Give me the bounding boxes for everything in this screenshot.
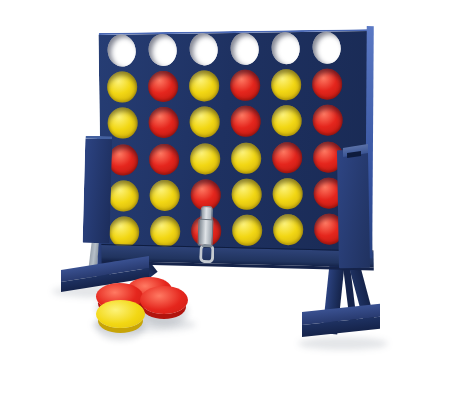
left-support-wing (83, 136, 113, 244)
empty-hole (105, 33, 138, 69)
red-disc (147, 71, 177, 102)
yellow-disc (188, 70, 218, 101)
board-cell-r4c3[interactable] (184, 140, 226, 177)
board-cell-r2c3[interactable] (183, 67, 225, 104)
empty-hole (269, 30, 302, 66)
board-cell-r2c6[interactable] (306, 66, 348, 103)
empty-hole (310, 30, 343, 66)
board-cell-r6c4[interactable] (226, 212, 268, 249)
yellow-disc (107, 108, 137, 139)
right-support-wing (337, 150, 370, 269)
empty-hole (228, 31, 261, 67)
board-cell-r3c6[interactable] (306, 102, 348, 139)
empty-hole (187, 32, 220, 68)
red-disc (230, 106, 260, 137)
yellow-disc (189, 143, 219, 174)
red-disc (229, 70, 259, 101)
loose-disc-yellow[interactable] (96, 300, 145, 328)
yellow-disc (106, 71, 136, 102)
board-cell-r4c4[interactable] (225, 140, 267, 177)
yellow-disc (108, 180, 138, 211)
board-cell-r1c5[interactable] (264, 30, 306, 67)
board-cell-r3c3[interactable] (183, 104, 225, 141)
yellow-disc (231, 179, 261, 210)
board-cell-r3c5[interactable] (265, 103, 307, 140)
board-cell-r2c2[interactable] (142, 68, 184, 105)
board-cell-r5c4[interactable] (225, 176, 267, 213)
yellow-disc (272, 178, 302, 209)
board-cell-r2c4[interactable] (224, 67, 266, 104)
yellow-disc (272, 214, 302, 245)
board-cell-r5c5[interactable] (266, 175, 308, 212)
board-grid (100, 29, 349, 250)
empty-hole (146, 32, 179, 68)
red-disc (148, 107, 178, 138)
yellow-disc (270, 69, 300, 100)
loose-disc-red[interactable] (140, 286, 188, 314)
board-cell-r3c4[interactable] (224, 103, 266, 140)
board-cell-r3c2[interactable] (142, 104, 184, 141)
board-front-panel (98, 29, 372, 260)
board-cell-r2c1[interactable] (101, 69, 143, 106)
yellow-disc (271, 105, 301, 136)
board-cell-r6c5[interactable] (267, 212, 309, 249)
red-disc (311, 68, 341, 99)
board-cell-r2c5[interactable] (265, 66, 307, 103)
latch-lever (198, 219, 214, 247)
board-cell-r1c1[interactable] (100, 32, 142, 69)
board-cell-r1c6[interactable] (305, 29, 347, 66)
connect-four-board (0, 0, 460, 396)
metal-latch[interactable] (195, 206, 215, 261)
yellow-disc (189, 107, 219, 138)
red-disc (271, 142, 301, 173)
yellow-disc (149, 180, 179, 211)
latch-loop (199, 244, 215, 264)
connect-four-product-photo (0, 0, 460, 396)
board-cell-r5c2[interactable] (143, 177, 185, 214)
red-disc (312, 105, 342, 136)
yellow-disc (231, 215, 261, 246)
board-cell-r1c3[interactable] (182, 31, 224, 68)
yellow-disc (230, 142, 260, 173)
board-cell-r4c5[interactable] (266, 139, 308, 176)
board-cell-r1c4[interactable] (223, 31, 265, 68)
board-cell-r1c2[interactable] (141, 32, 183, 69)
red-disc (148, 143, 178, 174)
board-cell-r4c2[interactable] (143, 141, 185, 178)
yellow-disc (149, 216, 179, 247)
